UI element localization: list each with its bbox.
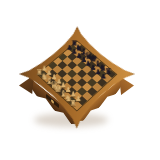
board-grid: ♜♞♝♛♚♝♞♜♟♟♟♟♟♟♟♟♟♟♟♟♟♟♟♟♜♞♝♛♚♝♞♜ bbox=[37, 40, 118, 111]
piece-black-pawn-h7[interactable]: ♟ bbox=[97, 74, 109, 81]
chess-set-photo: ♜♞♝♛♚♝♞♜♟♟♟♟♟♟♟♟♟♟♟♟♟♟♟♟♜♞♝♛♚♝♞♜ bbox=[0, 0, 160, 160]
square-c4[interactable] bbox=[62, 65, 72, 73]
chess-board: ♜♞♝♛♚♝♞♜♟♟♟♟♟♟♟♟♟♟♟♟♟♟♟♟♜♞♝♛♚♝♞♜ bbox=[26, 32, 128, 122]
scene-perspective: ♜♞♝♛♚♝♞♜♟♟♟♟♟♟♟♟♟♟♟♟♟♟♟♟♜♞♝♛♚♝♞♜ bbox=[0, 0, 160, 160]
piece-white-rook-h1[interactable]: ♜ bbox=[67, 99, 80, 107]
